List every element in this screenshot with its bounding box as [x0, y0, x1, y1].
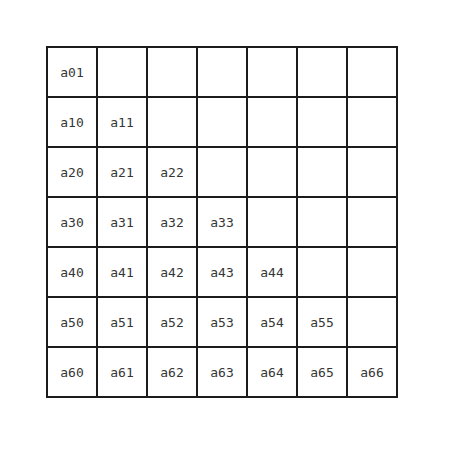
grid-cell-r0c4[interactable]	[248, 48, 296, 96]
grid-cell-r4c0[interactable]: a40	[48, 248, 96, 296]
grid-cell-r3c5[interactable]	[298, 198, 346, 246]
grid-cell-r2c4[interactable]	[248, 148, 296, 196]
grid-cell-r0c5[interactable]	[298, 48, 346, 96]
grid-cell-r1c4[interactable]	[248, 98, 296, 146]
grid-cell-r1c5[interactable]	[298, 98, 346, 146]
grid-cell-r6c1[interactable]: a61	[98, 348, 146, 396]
grid-cell-r0c3[interactable]	[198, 48, 246, 96]
grid-cell-r1c2[interactable]	[148, 98, 196, 146]
grid-cell-r1c1[interactable]: a11	[98, 98, 146, 146]
grid-cell-r2c1[interactable]: a21	[98, 148, 146, 196]
grid-cell-r5c6[interactable]	[348, 298, 396, 346]
grid-cell-r0c2[interactable]	[148, 48, 196, 96]
grid-cell-r4c4[interactable]: a44	[248, 248, 296, 296]
grid-cell-r6c2[interactable]: a62	[148, 348, 196, 396]
grid-cell-r1c0[interactable]: a10	[48, 98, 96, 146]
grid-cell-r5c3[interactable]: a53	[198, 298, 246, 346]
grid-cell-r4c6[interactable]	[348, 248, 396, 296]
grid-cell-r5c2[interactable]: a52	[148, 298, 196, 346]
grid-cell-r4c2[interactable]: a42	[148, 248, 196, 296]
grid-cell-r4c5[interactable]	[298, 248, 346, 296]
grid-cell-r3c3[interactable]: a33	[198, 198, 246, 246]
page: a01a10a11a20a21a22a30a31a32a33a40a41a42a…	[0, 0, 460, 460]
grid-cell-r5c5[interactable]: a55	[298, 298, 346, 346]
triangular-grid: a01a10a11a20a21a22a30a31a32a33a40a41a42a…	[46, 46, 398, 398]
grid-cell-r1c6[interactable]	[348, 98, 396, 146]
grid-cell-r2c0[interactable]: a20	[48, 148, 96, 196]
grid-cell-r3c0[interactable]: a30	[48, 198, 96, 246]
grid-cell-r6c5[interactable]: a65	[298, 348, 346, 396]
grid-cell-r5c4[interactable]: a54	[248, 298, 296, 346]
grid-cell-r6c4[interactable]: a64	[248, 348, 296, 396]
grid-cell-r5c0[interactable]: a50	[48, 298, 96, 346]
grid-cell-r6c3[interactable]: a63	[198, 348, 246, 396]
grid-cell-r1c3[interactable]	[198, 98, 246, 146]
grid-cell-r0c6[interactable]	[348, 48, 396, 96]
grid-cell-r5c1[interactable]: a51	[98, 298, 146, 346]
grid-cell-r0c1[interactable]	[98, 48, 146, 96]
grid-cell-r3c2[interactable]: a32	[148, 198, 196, 246]
grid-cell-r4c1[interactable]: a41	[98, 248, 146, 296]
grid-cell-r2c2[interactable]: a22	[148, 148, 196, 196]
grid-cell-r2c5[interactable]	[298, 148, 346, 196]
grid-cell-r2c3[interactable]	[198, 148, 246, 196]
grid-cell-r3c4[interactable]	[248, 198, 296, 246]
grid-cell-r6c6[interactable]: a66	[348, 348, 396, 396]
grid-cell-r3c1[interactable]: a31	[98, 198, 146, 246]
grid-cell-r0c0[interactable]: a01	[48, 48, 96, 96]
grid-cell-r3c6[interactable]	[348, 198, 396, 246]
grid-cell-r4c3[interactable]: a43	[198, 248, 246, 296]
grid-cell-r6c0[interactable]: a60	[48, 348, 96, 396]
grid-cell-r2c6[interactable]	[348, 148, 396, 196]
